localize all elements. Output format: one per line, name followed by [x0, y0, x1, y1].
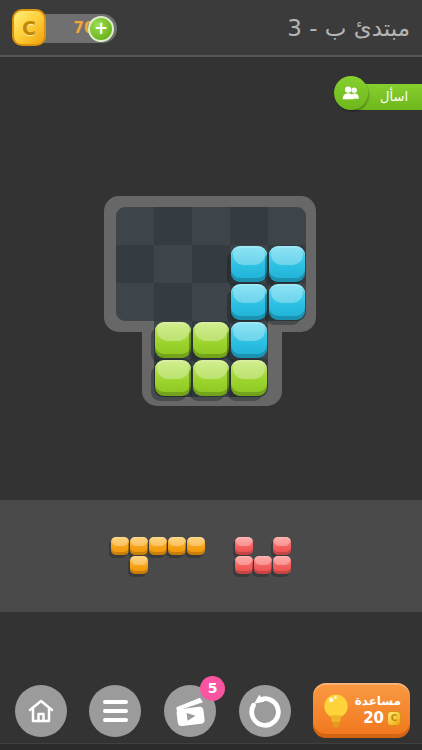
bottom-strip — [0, 743, 422, 750]
level-title: مبتدئ ب - 3 — [287, 0, 410, 55]
board-cell-r2c1[interactable] — [116, 245, 154, 283]
placed-block-blue[interactable] — [231, 284, 267, 320]
hint-label: مساعدة — [355, 694, 401, 708]
placed-block-green[interactable] — [231, 360, 267, 396]
board-cell-r2c2[interactable] — [154, 245, 192, 283]
hint-cost: 20 C — [363, 709, 401, 727]
tray-block-orange[interactable] — [187, 537, 205, 555]
add-coins-button[interactable]: + — [88, 16, 114, 42]
placed-block-green[interactable] — [155, 360, 191, 396]
placed-block-green[interactable] — [155, 322, 191, 358]
board-cell-r3c1[interactable] — [116, 283, 154, 321]
tray-block-orange[interactable] — [130, 556, 148, 574]
board-cell-r1c4[interactable] — [230, 207, 268, 245]
levels-menu-button[interactable] — [89, 685, 141, 737]
hint-button[interactable]: مساعدة 20 C — [313, 683, 410, 738]
top-bar-divider — [0, 55, 422, 57]
board-cell-r1c1[interactable] — [116, 207, 154, 245]
lightbulb-icon — [322, 693, 350, 729]
placed-block-blue[interactable] — [269, 246, 305, 282]
board-cell-r3c3[interactable] — [192, 283, 230, 321]
menu-icon — [103, 700, 128, 722]
tray-block-orange[interactable] — [130, 537, 148, 555]
restart-button[interactable] — [239, 685, 291, 737]
ask-label: اسأل — [380, 89, 408, 104]
two-people-icon — [341, 85, 361, 101]
piece-tray — [0, 500, 422, 612]
tray-block-orange[interactable] — [168, 537, 186, 555]
app-screen: 70 C + مبتدئ ب - 3 اسأل — [0, 0, 422, 750]
tray-block-orange[interactable] — [111, 537, 129, 555]
tray-block-red[interactable] — [235, 556, 253, 574]
board-cell-r3c2[interactable] — [154, 283, 192, 321]
hint-texts: مساعدة 20 C — [354, 694, 401, 727]
tray-block-red[interactable] — [273, 537, 291, 555]
home-icon — [27, 698, 55, 724]
placed-block-green[interactable] — [193, 360, 229, 396]
placed-block-blue[interactable] — [231, 246, 267, 282]
placed-block-green[interactable] — [193, 322, 229, 358]
placed-block-blue[interactable] — [269, 284, 305, 320]
tray-block-orange[interactable] — [149, 537, 167, 555]
tray-block-red[interactable] — [254, 556, 272, 574]
video-icon — [171, 694, 209, 729]
video-count-badge: 5 — [200, 676, 225, 701]
restart-icon — [246, 692, 284, 730]
board-cell-r1c3[interactable] — [192, 207, 230, 245]
hint-cost-value: 20 — [363, 709, 384, 727]
board-cell-r1c5[interactable] — [268, 207, 306, 245]
tray-block-red[interactable] — [273, 556, 291, 574]
coin-letter: C — [22, 17, 36, 39]
friends-icon — [334, 76, 368, 110]
home-button[interactable] — [15, 685, 67, 737]
board-cell-r1c2[interactable] — [154, 207, 192, 245]
hint-coin-icon: C — [387, 711, 401, 726]
ask-friends-button[interactable]: اسأل — [346, 84, 422, 110]
top-bar: 70 C + مبتدئ ب - 3 — [0, 0, 422, 55]
tray-block-red[interactable] — [235, 537, 253, 555]
board-cell-r2c3[interactable] — [192, 245, 230, 283]
coin-icon: C — [12, 9, 46, 46]
placed-block-blue[interactable] — [231, 322, 267, 358]
